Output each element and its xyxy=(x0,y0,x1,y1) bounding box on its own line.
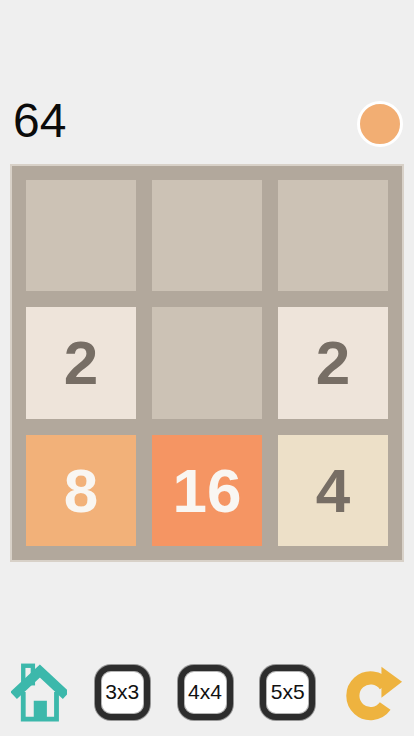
board-size-button-4x4[interactable]: 4x4 xyxy=(178,665,233,720)
tile-cell xyxy=(278,180,388,291)
restart-icon xyxy=(343,662,403,722)
restart-button[interactable] xyxy=(343,661,403,723)
score-value: 64 xyxy=(13,97,66,145)
bottom-toolbar: 3x3 4x4 5x5 xyxy=(0,659,414,725)
tile-cell: 4 xyxy=(278,435,388,546)
board-size-button-3x3[interactable]: 3x3 xyxy=(95,665,150,720)
next-tile-indicator xyxy=(357,101,403,147)
game-screen: 64 2 2 8 16 4 3x3 4x4 5x5 xyxy=(0,0,414,736)
tile-cell: 2 xyxy=(26,307,136,418)
game-board[interactable]: 2 2 8 16 4 xyxy=(10,164,404,562)
tile-cell xyxy=(152,307,262,418)
tile-cell xyxy=(152,180,262,291)
tile-cell: 2 xyxy=(278,307,388,418)
board-size-button-5x5[interactable]: 5x5 xyxy=(260,665,315,720)
home-icon xyxy=(11,661,67,723)
tile-cell: 8 xyxy=(26,435,136,546)
tile-cell xyxy=(26,180,136,291)
tile-cell: 16 xyxy=(152,435,262,546)
home-button[interactable] xyxy=(11,661,67,723)
